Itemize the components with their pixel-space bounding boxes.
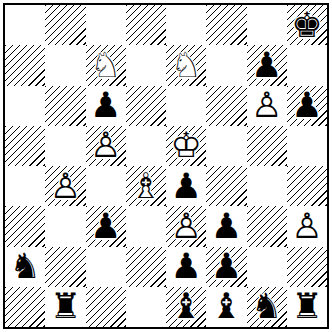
square-b1[interactable]: ♜ xyxy=(45,287,85,327)
white-king-e5: ♚♔ xyxy=(166,126,206,166)
square-g8[interactable] xyxy=(247,5,287,45)
square-d6[interactable] xyxy=(126,86,166,126)
black-pawn-e4: ♟ xyxy=(166,166,206,206)
white-pawn-c5: ♟♙ xyxy=(86,126,126,166)
square-d4[interactable]: ♝♗ xyxy=(126,166,166,206)
black-pawn-e2: ♟ xyxy=(166,247,206,287)
square-a8[interactable] xyxy=(5,5,45,45)
square-f5[interactable] xyxy=(206,126,246,166)
square-a1[interactable] xyxy=(5,287,45,327)
white-pawn-g6: ♟♙ xyxy=(247,86,287,126)
chess-diagram: ♚♞♘♞♘♟♟♟♙♟♟♙♚♔♟♙♝♗♟♟♟♙♟♟♙♞♟♟♜♝♝♞♜ xyxy=(0,0,332,332)
square-b3[interactable] xyxy=(45,206,85,246)
square-f1[interactable]: ♝ xyxy=(206,287,246,327)
square-b7[interactable] xyxy=(45,45,85,85)
square-a2[interactable]: ♞ xyxy=(5,247,45,287)
chess-board: ♚♞♘♞♘♟♟♟♙♟♟♙♚♔♟♙♝♗♟♟♟♙♟♟♙♞♟♟♜♝♝♞♜ xyxy=(3,3,329,329)
black-bishop-e1: ♝ xyxy=(166,287,206,327)
square-d3[interactable] xyxy=(126,206,166,246)
square-a7[interactable] xyxy=(5,45,45,85)
black-pawn-c6: ♟ xyxy=(86,86,126,126)
square-h1[interactable]: ♜ xyxy=(287,287,327,327)
black-king-h8: ♚ xyxy=(287,5,327,45)
black-pawn-c3: ♟ xyxy=(86,206,126,246)
square-b4[interactable]: ♟♙ xyxy=(45,166,85,206)
square-g1[interactable]: ♞ xyxy=(247,287,287,327)
white-pawn-b4: ♟♙ xyxy=(45,166,85,206)
square-g4[interactable] xyxy=(247,166,287,206)
square-e8[interactable] xyxy=(166,5,206,45)
square-h3[interactable]: ♟♙ xyxy=(287,206,327,246)
white-pawn-e3: ♟♙ xyxy=(166,206,206,246)
square-d1[interactable] xyxy=(126,287,166,327)
square-b8[interactable] xyxy=(45,5,85,45)
black-pawn-f3: ♟ xyxy=(206,206,246,246)
piece-outline-layer: ♘ xyxy=(86,45,126,85)
square-d2[interactable] xyxy=(126,247,166,287)
black-pawn-g7: ♟ xyxy=(247,45,287,85)
square-e6[interactable] xyxy=(166,86,206,126)
square-e3[interactable]: ♟♙ xyxy=(166,206,206,246)
black-pawn-h6: ♟ xyxy=(287,86,327,126)
white-knight-c7: ♞♘ xyxy=(86,45,126,85)
square-g2[interactable] xyxy=(247,247,287,287)
square-g6[interactable]: ♟♙ xyxy=(247,86,287,126)
piece-outline-layer: ♗ xyxy=(126,166,166,206)
square-e1[interactable]: ♝ xyxy=(166,287,206,327)
square-h5[interactable] xyxy=(287,126,327,166)
square-e5[interactable]: ♚♔ xyxy=(166,126,206,166)
square-a5[interactable] xyxy=(5,126,45,166)
square-h4[interactable] xyxy=(287,166,327,206)
square-e2[interactable]: ♟ xyxy=(166,247,206,287)
square-h2[interactable] xyxy=(287,247,327,287)
square-b6[interactable] xyxy=(45,86,85,126)
square-c8[interactable] xyxy=(86,5,126,45)
square-c1[interactable] xyxy=(86,287,126,327)
square-f2[interactable]: ♟ xyxy=(206,247,246,287)
black-rook-b1: ♜ xyxy=(45,287,85,327)
white-knight-e7: ♞♘ xyxy=(166,45,206,85)
square-c6[interactable]: ♟ xyxy=(86,86,126,126)
black-rook-h1: ♜ xyxy=(287,287,327,327)
square-e4[interactable]: ♟ xyxy=(166,166,206,206)
piece-outline-layer: ♙ xyxy=(287,206,327,246)
piece-outline-layer: ♙ xyxy=(45,166,85,206)
square-a6[interactable] xyxy=(5,86,45,126)
square-h6[interactable]: ♟ xyxy=(287,86,327,126)
square-g7[interactable]: ♟ xyxy=(247,45,287,85)
square-c7[interactable]: ♞♘ xyxy=(86,45,126,85)
square-c2[interactable] xyxy=(86,247,126,287)
square-c3[interactable]: ♟ xyxy=(86,206,126,246)
piece-outline-layer: ♙ xyxy=(86,126,126,166)
square-g5[interactable] xyxy=(247,126,287,166)
white-bishop-d4: ♝♗ xyxy=(126,166,166,206)
square-d8[interactable] xyxy=(126,5,166,45)
square-f4[interactable] xyxy=(206,166,246,206)
square-a4[interactable] xyxy=(5,166,45,206)
square-b5[interactable] xyxy=(45,126,85,166)
square-f3[interactable]: ♟ xyxy=(206,206,246,246)
white-pawn-h3: ♟♙ xyxy=(287,206,327,246)
black-bishop-f1: ♝ xyxy=(206,287,246,327)
piece-outline-layer: ♘ xyxy=(166,45,206,85)
piece-outline-layer: ♔ xyxy=(166,126,206,166)
black-pawn-f2: ♟ xyxy=(206,247,246,287)
square-d7[interactable] xyxy=(126,45,166,85)
square-e7[interactable]: ♞♘ xyxy=(166,45,206,85)
black-knight-g1: ♞ xyxy=(247,287,287,327)
square-c5[interactable]: ♟♙ xyxy=(86,126,126,166)
square-a3[interactable] xyxy=(5,206,45,246)
square-b2[interactable] xyxy=(45,247,85,287)
square-f8[interactable] xyxy=(206,5,246,45)
square-h8[interactable]: ♚ xyxy=(287,5,327,45)
square-c4[interactable] xyxy=(86,166,126,206)
square-g3[interactable] xyxy=(247,206,287,246)
square-h7[interactable] xyxy=(287,45,327,85)
square-f7[interactable] xyxy=(206,45,246,85)
black-knight-a2: ♞ xyxy=(5,247,45,287)
piece-outline-layer: ♙ xyxy=(166,206,206,246)
square-f6[interactable] xyxy=(206,86,246,126)
piece-outline-layer: ♙ xyxy=(247,86,287,126)
square-d5[interactable] xyxy=(126,126,166,166)
